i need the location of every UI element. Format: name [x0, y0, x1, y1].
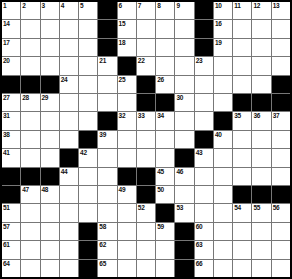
black-cell	[41, 168, 59, 185]
crossword-cell[interactable]: 45	[156, 168, 174, 185]
crossword-cell[interactable]	[98, 186, 116, 203]
clue-number: 54	[234, 204, 241, 211]
crossword-cell[interactable]	[195, 76, 213, 93]
crossword-cell[interactable]	[214, 76, 232, 93]
crossword-cell[interactable]	[41, 241, 59, 258]
crossword-cell[interactable]	[21, 112, 39, 129]
clue-number: 8	[157, 2, 160, 9]
clue-number: 60	[196, 223, 203, 230]
clue-number: 20	[3, 57, 10, 64]
crossword-cell[interactable]: 29	[41, 94, 59, 111]
black-cell	[195, 39, 213, 56]
crossword-cell[interactable]	[137, 131, 155, 148]
crossword-cell[interactable]	[98, 204, 116, 221]
crossword-grid: 1234567891011121314151617181920212223242…	[0, 0, 292, 279]
crossword-cell[interactable]: 53	[175, 204, 193, 221]
crossword-cell[interactable]: 15	[118, 20, 136, 37]
clue-number: 26	[157, 76, 164, 83]
crossword-cell[interactable]	[272, 241, 290, 258]
crossword-cell[interactable]	[272, 260, 290, 277]
crossword-cell[interactable]	[60, 112, 78, 129]
crossword-cell[interactable]	[41, 260, 59, 277]
clue-number: 3	[42, 2, 45, 9]
black-cell	[21, 168, 39, 185]
crossword-cell[interactable]	[21, 131, 39, 148]
crossword-cell[interactable]	[118, 204, 136, 221]
black-cell	[60, 149, 78, 166]
crossword-cell[interactable]	[60, 57, 78, 74]
crossword-cell[interactable]	[252, 260, 270, 277]
crossword-cell[interactable]: 13	[272, 2, 290, 19]
crossword-cell[interactable]: 54	[233, 204, 251, 221]
clue-number: 36	[253, 112, 260, 119]
crossword-cell[interactable]	[60, 20, 78, 37]
crossword-cell[interactable]	[195, 168, 213, 185]
black-cell	[156, 204, 174, 221]
clue-number: 11	[234, 2, 240, 9]
clue-number: 66	[196, 260, 203, 267]
black-cell	[21, 76, 39, 93]
clue-number: 27	[3, 94, 10, 101]
crossword-cell[interactable]: 46	[175, 168, 193, 185]
crossword-cell[interactable]	[21, 260, 39, 277]
crossword-cell[interactable]: 9	[175, 2, 193, 19]
crossword-cell[interactable]: 21	[98, 57, 116, 74]
clue-number: 49	[119, 186, 126, 193]
crossword-cell[interactable]	[137, 39, 155, 56]
crossword-cell[interactable]	[137, 223, 155, 240]
black-cell	[2, 76, 20, 93]
clue-number: 41	[3, 149, 10, 156]
crossword-cell[interactable]	[79, 186, 97, 203]
clue-number: 61	[3, 241, 10, 248]
crossword-cell[interactable]	[41, 131, 59, 148]
black-cell	[175, 223, 193, 240]
black-cell	[2, 186, 20, 203]
crossword-cell[interactable]	[60, 223, 78, 240]
crossword-cell[interactable]	[233, 241, 251, 258]
crossword-cell[interactable]: 32	[118, 112, 136, 129]
crossword-cell[interactable]: 35	[233, 112, 251, 129]
clue-number: 56	[273, 204, 280, 211]
crossword-cell[interactable]	[175, 20, 193, 37]
black-cell	[79, 241, 97, 258]
crossword-cell[interactable]	[214, 204, 232, 221]
clue-number: 55	[253, 204, 260, 211]
crossword-cell[interactable]: 12	[252, 2, 270, 19]
black-cell	[214, 112, 232, 129]
crossword-cell[interactable]	[79, 168, 97, 185]
black-cell	[175, 241, 193, 258]
crossword-cell[interactable]	[214, 94, 232, 111]
crossword-cell[interactable]	[137, 241, 155, 258]
crossword-cell[interactable]	[60, 131, 78, 148]
crossword-cell[interactable]	[21, 223, 39, 240]
clue-number: 2	[22, 2, 25, 9]
crossword-cell[interactable]	[156, 241, 174, 258]
clue-number: 30	[176, 94, 183, 101]
crossword-cell[interactable]	[156, 20, 174, 37]
clue-number: 18	[119, 39, 126, 46]
crossword-cell[interactable]	[175, 112, 193, 129]
crossword-cell[interactable]: 2	[21, 2, 39, 19]
black-cell	[156, 94, 174, 111]
crossword-cell[interactable]: 4	[60, 2, 78, 19]
crossword-cell[interactable]: 19	[214, 39, 232, 56]
crossword-cell[interactable]	[175, 76, 193, 93]
clue-number: 33	[138, 112, 145, 119]
crossword-cell[interactable]: 3	[41, 2, 59, 19]
crossword-cell[interactable]	[118, 131, 136, 148]
clue-number: 21	[99, 57, 106, 64]
black-cell	[195, 2, 213, 19]
crossword-cell[interactable]	[156, 260, 174, 277]
crossword-cell[interactable]	[21, 204, 39, 221]
crossword-cell[interactable]	[233, 57, 251, 74]
clue-number: 37	[273, 112, 280, 119]
crossword-cell[interactable]	[156, 131, 174, 148]
crossword-cell[interactable]: 49	[118, 186, 136, 203]
clue-number: 6	[119, 2, 122, 9]
crossword-cell[interactable]: 52	[137, 204, 155, 221]
black-cell	[79, 131, 97, 148]
clue-number: 40	[215, 131, 222, 138]
crossword-cell[interactable]	[79, 57, 97, 74]
crossword-cell[interactable]	[252, 149, 270, 166]
crossword-cell[interactable]	[79, 94, 97, 111]
crossword-cell[interactable]: 26	[156, 76, 174, 93]
black-cell	[41, 76, 59, 93]
crossword-cell[interactable]	[137, 20, 155, 37]
black-cell	[137, 168, 155, 185]
crossword-cell[interactable]	[214, 260, 232, 277]
black-cell	[175, 149, 193, 166]
black-cell	[195, 20, 213, 37]
crossword-cell[interactable]	[252, 241, 270, 258]
crossword-cell[interactable]: 6	[118, 2, 136, 19]
crossword-cell[interactable]	[272, 131, 290, 148]
crossword-cell[interactable]	[175, 39, 193, 56]
crossword-cell[interactable]	[214, 241, 232, 258]
crossword-cell[interactable]: 58	[98, 223, 116, 240]
crossword-cell[interactable]	[156, 149, 174, 166]
crossword-cell[interactable]: 17	[2, 39, 20, 56]
crossword-cell[interactable]	[21, 39, 39, 56]
crossword-cell[interactable]: 25	[118, 76, 136, 93]
crossword-cell[interactable]	[60, 186, 78, 203]
clue-number: 59	[157, 223, 164, 230]
crossword-cell[interactable]: 14	[2, 20, 20, 37]
black-cell	[118, 168, 136, 185]
crossword-cell[interactable]	[233, 39, 251, 56]
clue-number: 31	[3, 112, 10, 119]
crossword-board: 1234567891011121314151617181920212223242…	[0, 0, 292, 279]
crossword-cell[interactable]	[272, 57, 290, 74]
crossword-cell[interactable]	[272, 168, 290, 185]
crossword-cell[interactable]: 27	[2, 94, 20, 111]
crossword-cell[interactable]: 23	[195, 57, 213, 74]
crossword-cell[interactable]: 10	[214, 2, 232, 19]
crossword-cell[interactable]: 36	[252, 112, 270, 129]
crossword-cell[interactable]: 34	[156, 112, 174, 129]
crossword-cell[interactable]: 28	[21, 94, 39, 111]
crossword-cell[interactable]	[233, 223, 251, 240]
crossword-cell[interactable]	[272, 39, 290, 56]
crossword-cell[interactable]	[195, 94, 213, 111]
crossword-cell[interactable]: 42	[79, 149, 97, 166]
clue-number: 1	[3, 2, 6, 9]
clue-number: 5	[80, 2, 83, 9]
black-cell	[252, 186, 270, 203]
clue-number: 38	[3, 131, 10, 138]
crossword-cell[interactable]: 56	[272, 204, 290, 221]
crossword-cell[interactable]: 30	[175, 94, 193, 111]
clue-number: 50	[157, 186, 164, 193]
clue-number: 19	[215, 39, 222, 46]
clue-number: 15	[119, 20, 126, 27]
clue-number: 45	[157, 168, 164, 175]
crossword-cell[interactable]	[272, 20, 290, 37]
crossword-cell[interactable]: 41	[2, 149, 20, 166]
black-cell	[272, 186, 290, 203]
clue-number: 9	[176, 2, 179, 9]
crossword-cell[interactable]	[252, 20, 270, 37]
clue-number: 4	[61, 2, 64, 9]
crossword-cell[interactable]	[252, 223, 270, 240]
crossword-cell[interactable]: 47	[21, 186, 39, 203]
crossword-cell[interactable]: 7	[137, 2, 155, 19]
crossword-cell[interactable]: 39	[98, 131, 116, 148]
crossword-cell[interactable]	[79, 76, 97, 93]
crossword-cell[interactable]: 16	[214, 20, 232, 37]
crossword-cell[interactable]	[156, 39, 174, 56]
crossword-cell[interactable]: 1	[2, 2, 20, 19]
crossword-cell[interactable]: 55	[252, 204, 270, 221]
crossword-cell[interactable]	[195, 186, 213, 203]
black-cell	[272, 76, 290, 93]
crossword-cell[interactable]: 43	[195, 149, 213, 166]
clue-number: 7	[138, 2, 141, 9]
crossword-cell[interactable]: 59	[156, 223, 174, 240]
crossword-cell[interactable]: 66	[195, 260, 213, 277]
clue-number: 34	[157, 112, 164, 119]
clue-number: 46	[176, 168, 183, 175]
clue-number: 13	[273, 2, 280, 9]
clue-number: 12	[253, 2, 260, 9]
crossword-cell[interactable]: 44	[60, 168, 78, 185]
crossword-cell[interactable]: 22	[137, 57, 155, 74]
black-cell	[175, 260, 193, 277]
crossword-cell[interactable]	[21, 20, 39, 37]
black-cell	[98, 112, 116, 129]
clue-number: 52	[138, 204, 145, 211]
crossword-cell[interactable]	[233, 76, 251, 93]
crossword-cell[interactable]: 50	[156, 186, 174, 203]
crossword-cell[interactable]: 48	[41, 186, 59, 203]
clue-number: 47	[22, 186, 29, 193]
crossword-cell[interactable]: 33	[137, 112, 155, 129]
crossword-cell[interactable]	[137, 149, 155, 166]
crossword-cell[interactable]	[21, 149, 39, 166]
clue-number: 42	[80, 149, 87, 156]
crossword-cell[interactable]: 64	[2, 260, 20, 277]
crossword-cell[interactable]	[175, 131, 193, 148]
crossword-cell[interactable]	[60, 204, 78, 221]
clue-number: 57	[3, 223, 10, 230]
black-cell	[233, 94, 251, 111]
crossword-cell[interactable]	[118, 260, 136, 277]
crossword-cell[interactable]: 24	[60, 76, 78, 93]
crossword-cell[interactable]	[214, 57, 232, 74]
crossword-cell[interactable]	[60, 241, 78, 258]
black-cell	[137, 186, 155, 203]
crossword-cell[interactable]	[214, 149, 232, 166]
clue-number: 22	[138, 57, 145, 64]
crossword-cell[interactable]	[41, 112, 59, 129]
crossword-cell[interactable]	[41, 204, 59, 221]
black-cell	[118, 57, 136, 74]
crossword-cell[interactable]	[21, 241, 39, 258]
crossword-cell[interactable]	[79, 39, 97, 56]
crossword-cell[interactable]	[233, 149, 251, 166]
crossword-cell[interactable]	[118, 223, 136, 240]
black-cell	[98, 2, 116, 19]
crossword-cell[interactable]: 37	[272, 112, 290, 129]
crossword-cell[interactable]	[118, 94, 136, 111]
clue-number: 10	[215, 2, 222, 9]
clue-number: 44	[61, 168, 68, 175]
crossword-cell[interactable]	[214, 168, 232, 185]
black-cell	[98, 20, 116, 37]
clue-number: 32	[119, 112, 126, 119]
crossword-cell[interactable]: 38	[2, 131, 20, 148]
crossword-cell[interactable]: 18	[118, 39, 136, 56]
crossword-cell[interactable]: 63	[195, 241, 213, 258]
black-cell	[252, 94, 270, 111]
black-cell	[233, 186, 251, 203]
crossword-cell[interactable]	[21, 57, 39, 74]
clue-number: 28	[22, 94, 29, 101]
clue-number: 65	[99, 260, 106, 267]
crossword-cell[interactable]	[118, 149, 136, 166]
crossword-cell[interactable]	[214, 186, 232, 203]
clue-number: 16	[215, 20, 222, 27]
crossword-cell[interactable]	[233, 168, 251, 185]
crossword-cell[interactable]	[41, 149, 59, 166]
crossword-cell[interactable]	[41, 39, 59, 56]
crossword-cell[interactable]: 5	[79, 2, 97, 19]
crossword-cell[interactable]	[195, 204, 213, 221]
crossword-cell[interactable]: 65	[98, 260, 116, 277]
black-cell	[79, 223, 97, 240]
crossword-cell[interactable]	[60, 39, 78, 56]
crossword-cell[interactable]	[272, 149, 290, 166]
crossword-cell[interactable]	[252, 76, 270, 93]
clue-number: 62	[99, 241, 106, 248]
crossword-cell[interactable]	[195, 112, 213, 129]
black-cell	[137, 94, 155, 111]
crossword-cell[interactable]	[252, 57, 270, 74]
crossword-cell[interactable]	[98, 168, 116, 185]
clue-number: 53	[176, 204, 183, 211]
crossword-cell[interactable]: 62	[98, 241, 116, 258]
crossword-cell[interactable]	[233, 131, 251, 148]
crossword-cell[interactable]	[233, 260, 251, 277]
crossword-cell[interactable]	[137, 260, 155, 277]
crossword-cell[interactable]	[175, 186, 193, 203]
crossword-cell[interactable]	[79, 20, 97, 37]
crossword-cell[interactable]: 51	[2, 204, 20, 221]
crossword-cell[interactable]: 8	[156, 2, 174, 19]
black-cell	[272, 94, 290, 111]
clue-number: 29	[42, 94, 49, 101]
clue-number: 64	[3, 260, 10, 267]
clue-number: 39	[99, 131, 106, 138]
crossword-cell[interactable]	[252, 39, 270, 56]
crossword-cell[interactable]	[79, 112, 97, 129]
crossword-cell[interactable]	[41, 57, 59, 74]
black-cell	[137, 76, 155, 93]
clue-number: 63	[196, 241, 203, 248]
clue-number: 24	[61, 76, 68, 83]
crossword-cell[interactable]: 40	[214, 131, 232, 148]
crossword-cell[interactable]	[60, 94, 78, 111]
crossword-cell[interactable]	[41, 20, 59, 37]
crossword-cell[interactable]	[233, 20, 251, 37]
crossword-cell[interactable]	[98, 94, 116, 111]
clue-number: 23	[196, 57, 203, 64]
crossword-cell[interactable]	[252, 168, 270, 185]
black-cell	[195, 131, 213, 148]
crossword-cell[interactable]: 11	[233, 2, 251, 19]
crossword-cell[interactable]	[98, 149, 116, 166]
black-cell	[79, 260, 97, 277]
crossword-cell[interactable]	[98, 76, 116, 93]
crossword-cell[interactable]	[272, 223, 290, 240]
crossword-cell[interactable]	[214, 223, 232, 240]
crossword-cell[interactable]	[41, 223, 59, 240]
black-cell	[98, 39, 116, 56]
crossword-cell[interactable]	[156, 57, 174, 74]
clue-number: 25	[119, 76, 126, 83]
black-cell	[2, 168, 20, 185]
clue-number: 14	[3, 20, 10, 27]
clue-number: 58	[99, 223, 106, 230]
crossword-cell[interactable]: 57	[2, 223, 20, 240]
crossword-cell[interactable]	[79, 204, 97, 221]
crossword-cell[interactable]: 20	[2, 57, 20, 74]
clue-number: 43	[196, 149, 203, 156]
crossword-cell[interactable]	[175, 57, 193, 74]
clue-number: 17	[3, 39, 10, 46]
crossword-cell[interactable]: 60	[195, 223, 213, 240]
crossword-cell[interactable]	[60, 260, 78, 277]
crossword-cell[interactable]	[118, 241, 136, 258]
clue-number: 35	[234, 112, 241, 119]
crossword-cell[interactable]: 61	[2, 241, 20, 258]
clue-number: 51	[3, 204, 10, 211]
crossword-cell[interactable]: 31	[2, 112, 20, 129]
clue-number: 48	[42, 186, 49, 193]
crossword-cell[interactable]	[252, 131, 270, 148]
